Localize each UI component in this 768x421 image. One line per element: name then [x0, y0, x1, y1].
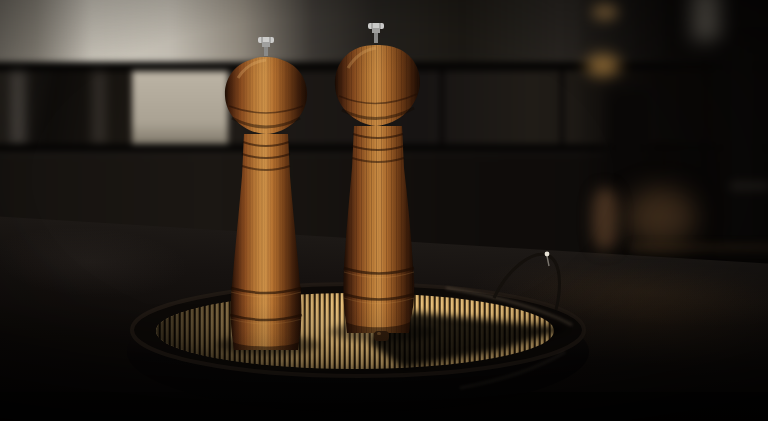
mill-cap — [335, 45, 420, 126]
tile-reflection-streak — [10, 71, 26, 145]
counter-edge-highlight — [630, 244, 768, 251]
pepper-mill-left — [218, 36, 314, 354]
grinder-knob — [374, 331, 389, 341]
grey-highlight-dash — [730, 183, 768, 189]
mill-cap — [225, 57, 307, 134]
mill-body — [230, 134, 302, 350]
grout-line-vertical — [440, 71, 444, 145]
amber-bokeh-highlight — [592, 4, 618, 20]
grey-reflection-streak — [692, 0, 720, 40]
beige-tile — [132, 71, 228, 145]
tile-reflection-streak — [92, 71, 106, 145]
dark-slab — [720, 48, 764, 248]
finial-nut — [258, 37, 274, 56]
kitchen-photo-scene — [0, 0, 768, 421]
pepper-mill-right — [330, 22, 430, 344]
mill-body — [343, 126, 414, 333]
finial-nut — [368, 23, 384, 43]
warm-blur-blob — [626, 188, 696, 246]
grout-line-vertical — [560, 71, 564, 145]
amber-bokeh-highlight — [586, 54, 620, 76]
